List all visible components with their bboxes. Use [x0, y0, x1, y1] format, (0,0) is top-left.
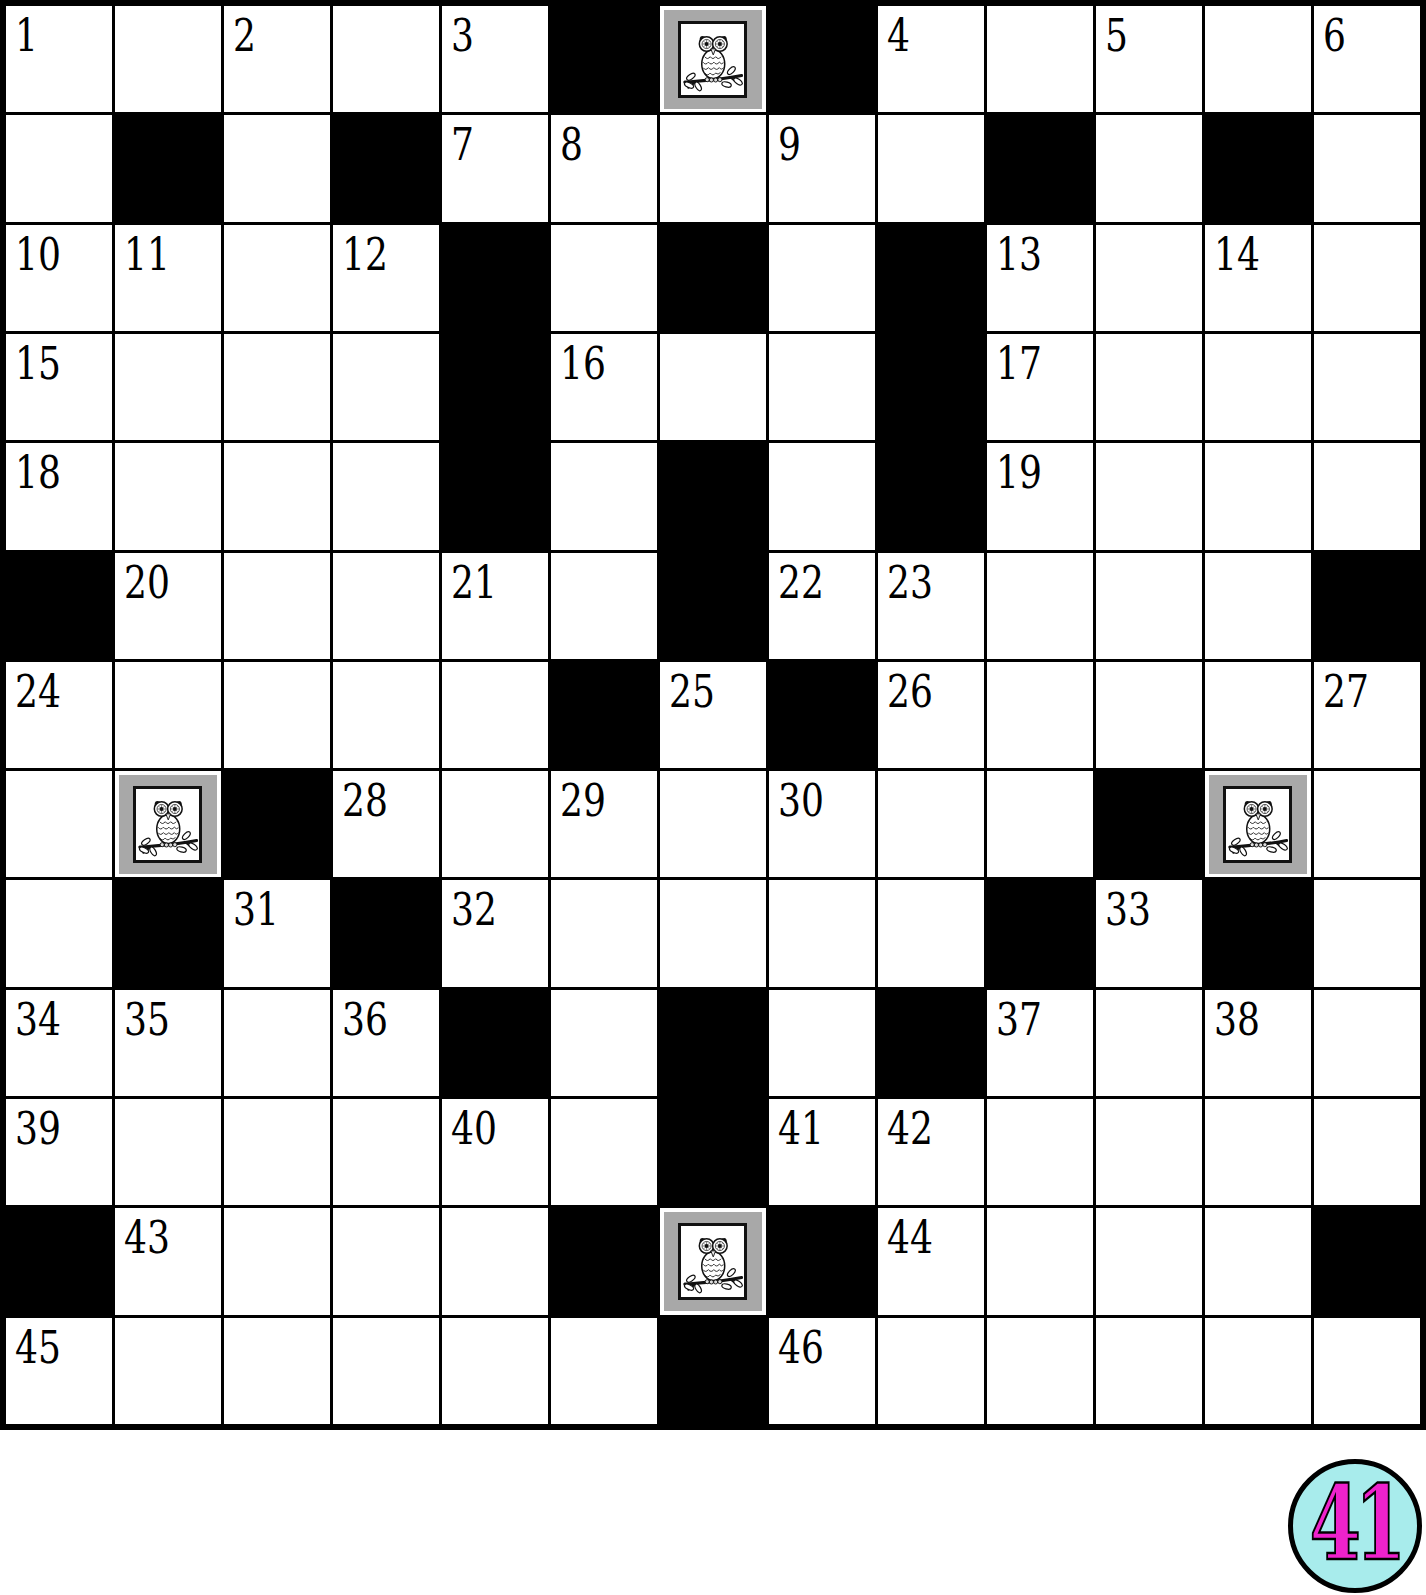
clue-number: 3	[451, 14, 474, 58]
black-cell	[224, 771, 330, 877]
grid-cell[interactable]	[660, 115, 766, 221]
grid-cell[interactable]	[987, 1318, 1093, 1424]
clue-number: 6	[1323, 14, 1346, 58]
grid-cell[interactable]: 13	[987, 225, 1093, 331]
clue-number: 33	[1105, 888, 1151, 932]
grid-cell[interactable]: 42	[878, 1099, 984, 1205]
clue-number: 35	[124, 998, 170, 1042]
grid-cell[interactable]	[1205, 334, 1311, 440]
grid-cell[interactable]	[224, 1318, 330, 1424]
owl-cell[interactable]	[1205, 771, 1311, 877]
grid-cell[interactable]	[551, 225, 657, 331]
grid-cell[interactable]	[333, 662, 439, 768]
grid-cell[interactable]	[878, 1318, 984, 1424]
clue-number: 5	[1105, 14, 1128, 58]
grid-cell[interactable]	[115, 662, 221, 768]
grid-cell[interactable]	[6, 880, 112, 986]
grid-cell[interactable]: 25	[660, 662, 766, 768]
black-cell	[1205, 115, 1311, 221]
grid-cell[interactable]	[442, 662, 548, 768]
grid-cell[interactable]	[987, 771, 1093, 877]
grid-cell[interactable]: 20	[115, 553, 221, 659]
grid-cell[interactable]: 34	[6, 990, 112, 1096]
grid-cell[interactable]	[769, 880, 875, 986]
owl-box	[133, 786, 202, 863]
grid-cell[interactable]: 33	[1096, 880, 1202, 986]
clue-number: 18	[15, 451, 61, 495]
grid-cell[interactable]: 46	[769, 1318, 875, 1424]
grid-cell[interactable]	[1314, 880, 1420, 986]
black-cell	[442, 334, 548, 440]
grid-cell[interactable]	[333, 6, 439, 112]
grid-cell[interactable]: 43	[115, 1208, 221, 1314]
clue-number: 39	[15, 1107, 61, 1151]
puzzle-number: 41	[1310, 1472, 1401, 1580]
grid-cell[interactable]: 17	[987, 334, 1093, 440]
black-cell	[878, 990, 984, 1096]
grid-cell[interactable]: 23	[878, 553, 984, 659]
clue-number: 29	[560, 779, 606, 823]
black-cell	[1205, 880, 1311, 986]
black-cell	[551, 1208, 657, 1314]
clue-number: 27	[1323, 670, 1369, 714]
grid-cell[interactable]: 5	[1096, 6, 1202, 112]
black-cell	[6, 1208, 112, 1314]
black-cell	[551, 6, 657, 112]
grid-cell[interactable]	[6, 115, 112, 221]
clue-number: 21	[451, 561, 497, 605]
grid-cell[interactable]	[115, 443, 221, 549]
grid-cell[interactable]	[878, 771, 984, 877]
clue-number: 2	[233, 14, 256, 58]
clue-number: 19	[996, 451, 1042, 495]
grid-cell[interactable]: 26	[878, 662, 984, 768]
black-cell	[660, 225, 766, 331]
owl-icon	[683, 25, 743, 93]
black-cell	[1096, 771, 1202, 877]
grid-cell[interactable]: 1	[6, 6, 112, 112]
grid-cell[interactable]	[1314, 1318, 1420, 1424]
grid-cell[interactable]	[115, 334, 221, 440]
grid-cell[interactable]	[1314, 443, 1420, 549]
grid-cell[interactable]: 7	[442, 115, 548, 221]
grid-cell[interactable]	[1096, 662, 1202, 768]
grid-cell[interactable]	[442, 771, 548, 877]
clue-number: 7	[451, 123, 474, 167]
black-cell	[333, 115, 439, 221]
grid-cell[interactable]: 39	[6, 1099, 112, 1205]
black-cell	[769, 6, 875, 112]
owl-icon	[138, 790, 198, 858]
grid-cell[interactable]: 8	[551, 115, 657, 221]
clue-number: 4	[887, 14, 910, 58]
grid-cell[interactable]	[660, 771, 766, 877]
grid-cell[interactable]	[1096, 1318, 1202, 1424]
grid-cell[interactable]: 15	[6, 334, 112, 440]
grid-cell[interactable]: 30	[769, 771, 875, 877]
grid-cell[interactable]	[1096, 553, 1202, 659]
clue-number: 41	[778, 1107, 824, 1151]
grid-cell[interactable]: 41	[769, 1099, 875, 1205]
clue-number: 40	[451, 1107, 497, 1151]
clue-number: 42	[887, 1107, 933, 1151]
owl-box	[678, 21, 747, 98]
black-cell	[442, 990, 548, 1096]
clue-number: 24	[15, 670, 61, 714]
grid-cell[interactable]	[442, 1318, 548, 1424]
grid-cell[interactable]	[1096, 115, 1202, 221]
grid-cell[interactable]	[1314, 1099, 1420, 1205]
grid-cell[interactable]: 2	[224, 6, 330, 112]
grid-cell[interactable]	[987, 662, 1093, 768]
owl-cell[interactable]	[115, 771, 221, 877]
grid-cell[interactable]: 45	[6, 1318, 112, 1424]
black-cell	[878, 334, 984, 440]
clue-number: 12	[342, 233, 388, 277]
owl-box	[1223, 786, 1292, 863]
clue-number: 11	[124, 233, 170, 277]
grid-cell[interactable]: 22	[769, 553, 875, 659]
grid-cell[interactable]	[769, 443, 875, 549]
grid-cell[interactable]	[1314, 990, 1420, 1096]
owl-cell[interactable]	[660, 6, 766, 112]
grid-cell[interactable]	[1205, 6, 1311, 112]
owl-frame	[1209, 775, 1308, 874]
grid-cell[interactable]: 31	[224, 880, 330, 986]
clue-number: 44	[887, 1216, 933, 1260]
clue-number: 15	[15, 342, 61, 386]
grid-cell[interactable]	[115, 1318, 221, 1424]
grid-cell[interactable]	[551, 1099, 657, 1205]
clue-number: 25	[669, 670, 715, 714]
grid-cell[interactable]	[1205, 1208, 1311, 1314]
black-cell	[442, 443, 548, 549]
grid-cell[interactable]	[1314, 771, 1420, 877]
grid-cell[interactable]	[1096, 225, 1202, 331]
grid-cell[interactable]	[1096, 1208, 1202, 1314]
black-cell	[660, 990, 766, 1096]
grid-cell[interactable]	[769, 334, 875, 440]
grid-cell[interactable]	[224, 443, 330, 549]
grid-cell[interactable]	[333, 1208, 439, 1314]
grid-cell[interactable]	[333, 1099, 439, 1205]
puzzle-number-badge: 41	[1288, 1459, 1422, 1593]
grid-cell[interactable]: 28	[333, 771, 439, 877]
black-cell	[878, 225, 984, 331]
grid-cell[interactable]: 35	[115, 990, 221, 1096]
grid-cell[interactable]: 36	[333, 990, 439, 1096]
clue-number: 26	[887, 670, 933, 714]
grid-cell[interactable]	[769, 990, 875, 1096]
grid-cell[interactable]: 40	[442, 1099, 548, 1205]
grid-cell[interactable]	[769, 225, 875, 331]
black-cell	[660, 443, 766, 549]
grid-cell[interactable]	[333, 553, 439, 659]
clue-number: 37	[996, 998, 1042, 1042]
grid-cell[interactable]	[115, 6, 221, 112]
grid-cell[interactable]	[6, 771, 112, 877]
black-cell	[878, 443, 984, 549]
black-cell	[1314, 553, 1420, 659]
black-cell	[442, 225, 548, 331]
clue-number: 10	[15, 233, 61, 277]
grid-cell[interactable]	[333, 443, 439, 549]
black-cell	[551, 662, 657, 768]
grid-cell[interactable]	[551, 990, 657, 1096]
grid-cell[interactable]	[1205, 443, 1311, 549]
clue-number: 8	[560, 123, 583, 167]
grid-cell[interactable]: 27	[1314, 662, 1420, 768]
grid-cell[interactable]	[987, 1208, 1093, 1314]
owl-icon	[683, 1227, 743, 1295]
grid-cell[interactable]: 14	[1205, 225, 1311, 331]
black-cell	[115, 115, 221, 221]
grid-cell[interactable]	[987, 6, 1093, 112]
grid-cell[interactable]	[115, 1099, 221, 1205]
clue-number: 14	[1214, 233, 1260, 277]
grid-cell[interactable]	[224, 990, 330, 1096]
black-cell	[660, 553, 766, 659]
clue-number: 9	[778, 123, 801, 167]
grid-cell[interactable]: 10	[6, 225, 112, 331]
grid-cell[interactable]: 24	[6, 662, 112, 768]
grid-cell[interactable]	[224, 225, 330, 331]
grid-cell[interactable]	[878, 115, 984, 221]
clue-number: 31	[233, 888, 279, 932]
black-cell	[115, 880, 221, 986]
grid-cell[interactable]	[1205, 1318, 1311, 1424]
clue-number: 30	[778, 779, 824, 823]
crossword-grid: 1234567891011121314151617181920212223242…	[0, 0, 1426, 1430]
clue-number: 46	[778, 1326, 824, 1370]
owl-frame	[664, 1212, 763, 1311]
grid-cell[interactable]	[1096, 334, 1202, 440]
clue-number: 34	[15, 998, 61, 1042]
grid-cell[interactable]	[224, 553, 330, 659]
grid-cell[interactable]	[1096, 990, 1202, 1096]
grid-cell[interactable]: 19	[987, 443, 1093, 549]
black-cell	[6, 553, 112, 659]
grid-cell[interactable]	[224, 115, 330, 221]
clue-number: 23	[887, 561, 933, 605]
grid-cell[interactable]	[1205, 553, 1311, 659]
clue-number: 22	[778, 561, 824, 605]
owl-cell[interactable]	[660, 1208, 766, 1314]
clue-number: 20	[124, 561, 170, 605]
black-cell	[1314, 1208, 1420, 1314]
clue-number: 38	[1214, 998, 1260, 1042]
grid-cell[interactable]	[551, 553, 657, 659]
black-cell	[769, 1208, 875, 1314]
grid-cell[interactable]: 38	[1205, 990, 1311, 1096]
clue-number: 13	[996, 233, 1042, 277]
grid-cell[interactable]	[551, 443, 657, 549]
grid-cell[interactable]	[1314, 334, 1420, 440]
grid-cell[interactable]	[660, 880, 766, 986]
grid-cell[interactable]: 4	[878, 6, 984, 112]
grid-cell[interactable]	[878, 880, 984, 986]
grid-cell[interactable]: 9	[769, 115, 875, 221]
grid-cell[interactable]	[1205, 662, 1311, 768]
grid-cell[interactable]: 11	[115, 225, 221, 331]
clue-number: 45	[15, 1326, 61, 1370]
grid-cell[interactable]: 29	[551, 771, 657, 877]
grid-cell[interactable]	[333, 1318, 439, 1424]
grid-cell[interactable]	[1314, 225, 1420, 331]
grid-cell[interactable]	[987, 1099, 1093, 1205]
grid-cell[interactable]	[1205, 1099, 1311, 1205]
grid-cell[interactable]: 16	[551, 334, 657, 440]
grid-cell[interactable]: 18	[6, 443, 112, 549]
grid-cell[interactable]: 32	[442, 880, 548, 986]
black-cell	[769, 662, 875, 768]
grid-cell[interactable]	[987, 553, 1093, 659]
grid-cell[interactable]: 21	[442, 553, 548, 659]
clue-number: 1	[15, 14, 38, 58]
grid-cell[interactable]: 6	[1314, 6, 1420, 112]
owl-frame	[119, 775, 218, 874]
black-cell	[660, 1099, 766, 1205]
grid-cell[interactable]	[224, 1099, 330, 1205]
black-cell	[987, 880, 1093, 986]
clue-number: 32	[451, 888, 497, 932]
clue-number: 17	[996, 342, 1042, 386]
grid-cell[interactable]	[1314, 115, 1420, 221]
grid-cell[interactable]	[442, 1208, 548, 1314]
grid-cell[interactable]	[224, 334, 330, 440]
grid-cell[interactable]	[224, 1208, 330, 1314]
grid-cell[interactable]	[224, 662, 330, 768]
grid-cell[interactable]	[333, 334, 439, 440]
grid-cell[interactable]	[660, 334, 766, 440]
clue-number: 36	[342, 998, 388, 1042]
grid-cell[interactable]	[1096, 443, 1202, 549]
grid-cell[interactable]: 3	[442, 6, 548, 112]
clue-number: 16	[560, 342, 606, 386]
black-cell	[660, 1318, 766, 1424]
grid-cell[interactable]	[551, 1318, 657, 1424]
grid-cell[interactable]	[551, 880, 657, 986]
grid-cell[interactable]	[1096, 1099, 1202, 1205]
clue-number: 43	[124, 1216, 170, 1260]
grid-cell[interactable]: 37	[987, 990, 1093, 1096]
owl-icon	[1228, 790, 1288, 858]
black-cell	[987, 115, 1093, 221]
grid-cell[interactable]: 44	[878, 1208, 984, 1314]
grid-cell[interactable]: 12	[333, 225, 439, 331]
owl-frame	[664, 10, 763, 109]
owl-box	[678, 1223, 747, 1300]
clue-number: 28	[342, 779, 388, 823]
black-cell	[333, 880, 439, 986]
